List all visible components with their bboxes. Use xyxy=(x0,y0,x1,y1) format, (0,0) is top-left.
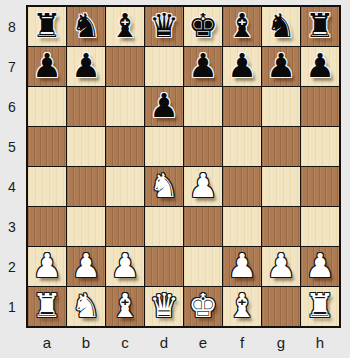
piece-white-pawn[interactable]: ♟ xyxy=(188,169,218,205)
square-e4[interactable]: ♟ xyxy=(184,167,222,206)
square-g5[interactable] xyxy=(262,127,300,166)
square-d4[interactable]: ♞ xyxy=(145,167,183,206)
file-label-c: c xyxy=(106,331,144,353)
rank-label-8: 8 xyxy=(0,7,24,46)
piece-black-pawn[interactable]: ♟ xyxy=(71,49,101,85)
square-a7[interactable]: ♟ xyxy=(28,47,66,86)
chess-app-stage: 87654321 ♜♞♝♛♚♝♞♜♟♟♟♟♟♟♟♞♟♟♟♟♟♟♟♜♞♝♛♚♝♜ … xyxy=(0,0,350,358)
piece-white-bishop[interactable]: ♝ xyxy=(227,289,257,325)
file-label-d: d xyxy=(145,331,183,353)
rank-label-7: 7 xyxy=(0,47,24,86)
piece-white-pawn[interactable]: ♟ xyxy=(32,249,62,285)
square-b6[interactable] xyxy=(67,87,105,126)
square-f1[interactable]: ♝ xyxy=(223,287,261,326)
file-label-f: f xyxy=(223,331,261,353)
piece-white-bishop[interactable]: ♝ xyxy=(110,289,140,325)
square-f2[interactable]: ♟ xyxy=(223,247,261,286)
rank-label-5: 5 xyxy=(0,127,24,166)
square-f3[interactable] xyxy=(223,207,261,246)
file-label-g: g xyxy=(262,331,300,353)
piece-white-knight[interactable]: ♞ xyxy=(149,169,179,205)
piece-white-rook[interactable]: ♜ xyxy=(32,289,62,325)
piece-black-pawn[interactable]: ♟ xyxy=(227,49,257,85)
square-b1[interactable]: ♞ xyxy=(67,287,105,326)
square-a8[interactable]: ♜ xyxy=(28,7,66,46)
square-g1[interactable] xyxy=(262,287,300,326)
square-g4[interactable] xyxy=(262,167,300,206)
piece-black-pawn[interactable]: ♟ xyxy=(305,49,335,85)
file-label-h: h xyxy=(301,331,339,353)
piece-black-queen[interactable]: ♛ xyxy=(149,9,179,45)
square-h6[interactable] xyxy=(301,87,339,126)
square-d3[interactable] xyxy=(145,207,183,246)
piece-black-pawn[interactable]: ♟ xyxy=(32,49,62,85)
square-c1[interactable]: ♝ xyxy=(106,287,144,326)
square-c2[interactable]: ♟ xyxy=(106,247,144,286)
piece-black-pawn[interactable]: ♟ xyxy=(149,89,179,125)
piece-black-pawn[interactable]: ♟ xyxy=(266,49,296,85)
file-label-e: e xyxy=(184,331,222,353)
square-h3[interactable] xyxy=(301,207,339,246)
square-g2[interactable]: ♟ xyxy=(262,247,300,286)
square-b3[interactable] xyxy=(67,207,105,246)
square-f8[interactable]: ♝ xyxy=(223,7,261,46)
square-a2[interactable]: ♟ xyxy=(28,247,66,286)
square-c3[interactable] xyxy=(106,207,144,246)
rank-label-6: 6 xyxy=(0,87,24,126)
square-c4[interactable] xyxy=(106,167,144,206)
rank-label-1: 1 xyxy=(0,287,24,326)
square-a1[interactable]: ♜ xyxy=(28,287,66,326)
file-label-a: a xyxy=(28,331,66,353)
piece-white-pawn[interactable]: ♟ xyxy=(110,249,140,285)
square-d2[interactable] xyxy=(145,247,183,286)
piece-white-king[interactable]: ♚ xyxy=(188,289,218,325)
piece-white-queen[interactable]: ♛ xyxy=(149,289,179,325)
piece-black-knight[interactable]: ♞ xyxy=(266,9,296,45)
square-a6[interactable] xyxy=(28,87,66,126)
square-d6[interactable]: ♟ xyxy=(145,87,183,126)
square-g3[interactable] xyxy=(262,207,300,246)
piece-white-pawn[interactable]: ♟ xyxy=(266,249,296,285)
piece-black-bishop[interactable]: ♝ xyxy=(227,9,257,45)
square-g6[interactable] xyxy=(262,87,300,126)
square-b4[interactable] xyxy=(67,167,105,206)
piece-black-pawn[interactable]: ♟ xyxy=(188,49,218,85)
square-e1[interactable]: ♚ xyxy=(184,287,222,326)
file-label-b: b xyxy=(67,331,105,353)
square-f7[interactable]: ♟ xyxy=(223,47,261,86)
piece-white-rook[interactable]: ♜ xyxy=(305,289,335,325)
square-h4[interactable] xyxy=(301,167,339,206)
square-e7[interactable]: ♟ xyxy=(184,47,222,86)
rank-label-3: 3 xyxy=(0,207,24,246)
piece-white-pawn[interactable]: ♟ xyxy=(305,249,335,285)
piece-black-bishop[interactable]: ♝ xyxy=(110,9,140,45)
square-f6[interactable] xyxy=(223,87,261,126)
piece-white-pawn[interactable]: ♟ xyxy=(71,249,101,285)
square-f5[interactable] xyxy=(223,127,261,166)
square-h2[interactable]: ♟ xyxy=(301,247,339,286)
square-e8[interactable]: ♚ xyxy=(184,7,222,46)
square-b5[interactable] xyxy=(67,127,105,166)
rank-label-4: 4 xyxy=(0,167,24,206)
square-d8[interactable]: ♛ xyxy=(145,7,183,46)
square-d5[interactable] xyxy=(145,127,183,166)
piece-black-rook[interactable]: ♜ xyxy=(32,9,62,45)
piece-black-king[interactable]: ♚ xyxy=(188,9,218,45)
square-h7[interactable]: ♟ xyxy=(301,47,339,86)
square-b7[interactable]: ♟ xyxy=(67,47,105,86)
square-c6[interactable] xyxy=(106,87,144,126)
square-h8[interactable]: ♜ xyxy=(301,7,339,46)
square-b8[interactable]: ♞ xyxy=(67,7,105,46)
rank-labels: 87654321 xyxy=(0,7,24,326)
square-e3[interactable] xyxy=(184,207,222,246)
square-c7[interactable] xyxy=(106,47,144,86)
square-b2[interactable]: ♟ xyxy=(67,247,105,286)
chess-board: ♜♞♝♛♚♝♞♜♟♟♟♟♟♟♟♞♟♟♟♟♟♟♟♜♞♝♛♚♝♜ xyxy=(26,5,341,328)
square-f4[interactable] xyxy=(223,167,261,206)
square-e2[interactable] xyxy=(184,247,222,286)
square-g8[interactable]: ♞ xyxy=(262,7,300,46)
square-e6[interactable] xyxy=(184,87,222,126)
piece-white-pawn[interactable]: ♟ xyxy=(227,249,257,285)
rank-label-2: 2 xyxy=(0,247,24,286)
piece-black-rook[interactable]: ♜ xyxy=(305,9,335,45)
square-c8[interactable]: ♝ xyxy=(106,7,144,46)
file-labels: abcdefgh xyxy=(28,331,339,353)
square-h5[interactable] xyxy=(301,127,339,166)
square-d1[interactable]: ♛ xyxy=(145,287,183,326)
piece-black-knight[interactable]: ♞ xyxy=(71,9,101,45)
piece-white-knight[interactable]: ♞ xyxy=(71,289,101,325)
square-a5[interactable] xyxy=(28,127,66,166)
square-g7[interactable]: ♟ xyxy=(262,47,300,86)
square-h1[interactable]: ♜ xyxy=(301,287,339,326)
square-a4[interactable] xyxy=(28,167,66,206)
square-e5[interactable] xyxy=(184,127,222,166)
square-a3[interactable] xyxy=(28,207,66,246)
square-c5[interactable] xyxy=(106,127,144,166)
square-d7[interactable] xyxy=(145,47,183,86)
